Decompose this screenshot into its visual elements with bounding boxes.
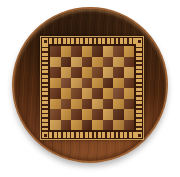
square-e1 <box>92 120 103 131</box>
square-c7 <box>71 57 82 68</box>
square-g8 <box>113 46 124 57</box>
square-b5 <box>61 78 72 89</box>
square-a2 <box>50 109 61 120</box>
square-g1 <box>113 120 124 131</box>
square-d8 <box>82 46 93 57</box>
dentil-border <box>42 38 142 138</box>
square-g5 <box>113 78 124 89</box>
square-b6 <box>61 67 72 78</box>
square-e2 <box>92 109 103 120</box>
square-f8 <box>103 46 114 57</box>
square-d4 <box>82 88 93 99</box>
square-f7 <box>103 57 114 68</box>
square-b3 <box>61 99 72 110</box>
square-f3 <box>103 99 114 110</box>
board-photo <box>0 0 180 177</box>
square-e6 <box>92 67 103 78</box>
square-d3 <box>82 99 93 110</box>
square-d7 <box>82 57 93 68</box>
square-b4 <box>61 88 72 99</box>
square-c6 <box>71 67 82 78</box>
square-e5 <box>92 78 103 89</box>
square-h7 <box>124 57 135 68</box>
square-h3 <box>124 99 135 110</box>
square-d2 <box>82 109 93 120</box>
square-f6 <box>103 67 114 78</box>
square-c2 <box>71 109 82 120</box>
square-g6 <box>113 67 124 78</box>
square-c3 <box>71 99 82 110</box>
square-h2 <box>124 109 135 120</box>
square-a1 <box>50 120 61 131</box>
square-h4 <box>124 88 135 99</box>
square-g4 <box>113 88 124 99</box>
square-a5 <box>50 78 61 89</box>
square-g3 <box>113 99 124 110</box>
square-h8 <box>124 46 135 57</box>
square-g7 <box>113 57 124 68</box>
dentil-corner-motif <box>42 132 48 138</box>
dentil-ticks-right <box>136 44 142 132</box>
square-g2 <box>113 109 124 120</box>
square-d1 <box>82 120 93 131</box>
square-c8 <box>71 46 82 57</box>
square-d5 <box>82 78 93 89</box>
dentil-corner-motif <box>136 38 142 44</box>
square-c1 <box>71 120 82 131</box>
square-e8 <box>92 46 103 57</box>
square-h5 <box>124 78 135 89</box>
square-e3 <box>92 99 103 110</box>
square-h6 <box>124 67 135 78</box>
square-c5 <box>71 78 82 89</box>
square-d6 <box>82 67 93 78</box>
square-b2 <box>61 109 72 120</box>
square-e7 <box>92 57 103 68</box>
square-a7 <box>50 57 61 68</box>
dentil-corner-motif <box>136 132 142 138</box>
square-a6 <box>50 67 61 78</box>
square-b1 <box>61 120 72 131</box>
square-c4 <box>71 88 82 99</box>
round-chess-table-top <box>12 7 168 163</box>
square-f1 <box>103 120 114 131</box>
chessboard <box>50 46 134 130</box>
square-a8 <box>50 46 61 57</box>
square-e4 <box>92 88 103 99</box>
square-a3 <box>50 99 61 110</box>
board-frame-line <box>48 44 136 132</box>
square-f4 <box>103 88 114 99</box>
square-a4 <box>50 88 61 99</box>
square-h1 <box>124 120 135 131</box>
inlaid-board-panel <box>40 36 144 140</box>
dentil-ticks-bottom <box>48 132 136 138</box>
square-b8 <box>61 46 72 57</box>
square-b7 <box>61 57 72 68</box>
square-f2 <box>103 109 114 120</box>
square-f5 <box>103 78 114 89</box>
